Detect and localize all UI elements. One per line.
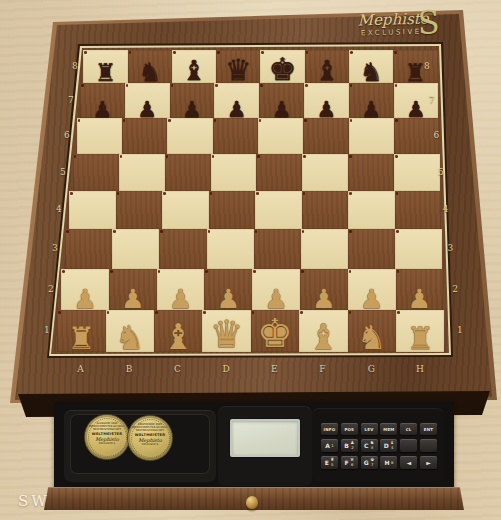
key-arrow-left[interactable]: ◄	[400, 456, 417, 469]
key-label: LEV	[365, 427, 374, 432]
rank-label-right-7: 7	[429, 95, 435, 105]
piece-black-pawn-f7[interactable]: ♟	[316, 98, 336, 120]
square-b3[interactable]	[112, 229, 159, 269]
key-pos[interactable]: POS	[341, 423, 358, 435]
rank-label-left-1: 1	[44, 325, 50, 335]
key-h8[interactable]: H8	[380, 456, 397, 469]
key-number: 2	[351, 446, 353, 450]
square-led-b3	[113, 230, 116, 233]
square-h3[interactable]	[395, 229, 442, 269]
piece-white-pawn-h2[interactable]: ♟	[408, 286, 432, 312]
key-arrow-right-icon: ►	[426, 459, 431, 466]
rank-label-left-2: 2	[48, 284, 54, 294]
board-rank-6	[77, 118, 440, 154]
key-sublabels: 8	[391, 461, 393, 465]
medal-bottom: EXCLUSIVE S	[85, 442, 129, 445]
mephisto-chess-computer-photo: Mephisto EXCLUSIVE S ♜♞♝♛♚♝♞♜♟♟♟♟♟♟♟♟♟♟♟…	[0, 0, 501, 520]
square-led-e4	[256, 192, 259, 195]
key-number: 1	[331, 444, 333, 448]
square-led-e6	[259, 119, 262, 122]
key-number: 7	[371, 463, 373, 467]
key-sublabels: ♞3	[370, 441, 374, 449]
piece-white-pawn-d2[interactable]: ♟	[217, 286, 241, 312]
key-letter: A	[325, 442, 330, 449]
piece-black-bishop-c8[interactable]: ♝	[182, 57, 207, 85]
square-h8[interactable]: ♜	[393, 50, 437, 83]
square-led-h1	[397, 311, 400, 314]
square-c5[interactable]	[165, 154, 211, 191]
file-label-B: B	[126, 364, 133, 374]
square-led-b1	[107, 311, 110, 314]
square-led-h2	[397, 270, 400, 273]
medal-brand: Mephisto	[85, 437, 129, 442]
board-rank-4	[69, 191, 441, 229]
square-led-d1	[203, 311, 206, 314]
key-label: CL	[406, 427, 412, 432]
key-letter: E	[325, 459, 329, 466]
square-g8[interactable]: ♞	[349, 50, 393, 83]
key-sublabels: ♜5	[330, 458, 334, 466]
square-h1[interactable]: ♜	[396, 310, 444, 352]
square-led-c6	[168, 119, 171, 122]
square-led-g7	[350, 84, 353, 87]
piece-white-rook-h1[interactable]: ♜	[406, 323, 434, 354]
square-led-f2	[301, 270, 304, 273]
piece-white-knight-g1[interactable]: ♞	[357, 321, 387, 354]
square-f2[interactable]: ♟	[300, 269, 348, 310]
square-h5[interactable]	[394, 154, 440, 191]
key-c3[interactable]: C♞3	[361, 439, 378, 452]
square-b8[interactable]: ♞	[128, 50, 172, 83]
keypad-module: INFOPOSLEVMEMCLENTA1B♟2C♞3D♝4E♜5F♛6G♚7H8…	[312, 408, 444, 482]
piece-black-bishop-f8[interactable]: ♝	[314, 57, 339, 85]
square-led-d7	[215, 84, 218, 87]
key-blank[interactable]	[420, 439, 437, 452]
square-f6[interactable]	[303, 118, 348, 154]
square-f3[interactable]	[301, 229, 348, 269]
medal-brand: Mephisto	[128, 438, 172, 443]
square-led-h3	[396, 230, 399, 233]
key-label: INFO	[324, 427, 336, 432]
lcd-module	[218, 406, 312, 486]
rank-label-left-7: 7	[68, 95, 74, 105]
piece-white-queen-d1[interactable]: ♛	[210, 316, 244, 354]
square-e5[interactable]	[256, 154, 302, 191]
square-led-e7	[260, 84, 263, 87]
medallion-weltmeister-1984: GLASGOW 1984 MIKROCOMPUTER-SCHACH- WELTM…	[84, 414, 130, 460]
square-d1[interactable]: ♛	[202, 310, 250, 352]
key-number: 4	[391, 446, 393, 450]
piece-black-king-e8[interactable]: ♚	[269, 54, 297, 85]
file-label-E: E	[271, 364, 278, 374]
medal-bottom: EXCLUSIVE S	[128, 443, 172, 446]
square-b7[interactable]: ♟	[125, 83, 170, 118]
square-g1[interactable]: ♞	[348, 310, 396, 352]
piece-white-pawn-e2[interactable]: ♟	[264, 286, 288, 312]
file-label-H: H	[416, 364, 424, 374]
square-led-e8	[261, 51, 264, 54]
piece-white-rook-a1[interactable]: ♜	[67, 323, 95, 354]
file-label-G: G	[368, 364, 375, 374]
square-c2[interactable]: ♟	[157, 269, 205, 310]
square-a4[interactable]	[69, 191, 116, 229]
square-d3[interactable]	[207, 229, 254, 269]
square-led-g2	[349, 270, 352, 273]
rank-label-left-4: 4	[56, 204, 62, 214]
square-led-h4	[396, 192, 399, 195]
medal-title: WELTMEISTER	[128, 433, 172, 437]
key-sublabels: 1	[331, 444, 333, 448]
square-led-h8	[394, 51, 397, 54]
piece-white-pawn-g2[interactable]: ♟	[360, 286, 384, 312]
key-mem[interactable]: MEM	[380, 423, 397, 435]
square-led-c3	[160, 230, 163, 233]
square-b6[interactable]	[122, 118, 167, 154]
lcd-display	[230, 419, 300, 457]
square-led-g3	[349, 230, 352, 233]
square-led-g1	[349, 311, 352, 314]
piece-white-knight-b1[interactable]: ♞	[115, 321, 145, 354]
medallion-module: GLASGOW 1984 MIKROCOMPUTER-SCHACH- WELTM…	[64, 410, 216, 482]
square-led-c8	[173, 51, 176, 54]
piece-black-knight-b8[interactable]: ♞	[138, 59, 161, 85]
board-rank-5	[73, 154, 440, 191]
square-h4[interactable]	[395, 191, 442, 229]
square-d6[interactable]	[213, 118, 258, 154]
board-rank-7: ♟♟♟♟♟♟♟♟	[80, 83, 438, 118]
medal-line: WELTMEISTERSCHAFT	[128, 429, 172, 432]
square-led-a8	[84, 51, 87, 54]
key-label: ENT	[424, 427, 433, 432]
key-letter: B	[344, 442, 349, 449]
rank-label-right-2: 2	[452, 284, 458, 294]
square-led-e5	[257, 155, 260, 158]
piece-black-pawn-d7[interactable]: ♟	[227, 98, 247, 120]
square-led-f4	[303, 192, 306, 195]
square-led-b2	[110, 270, 113, 273]
square-c1[interactable]: ♝	[154, 310, 202, 352]
square-led-f1	[300, 311, 303, 314]
piece-white-king-e1[interactable]: ♚	[257, 314, 293, 354]
file-label-C: C	[174, 364, 181, 374]
square-d5[interactable]	[211, 154, 257, 191]
square-led-f5	[303, 155, 306, 158]
key-d4[interactable]: D♝4	[380, 439, 397, 452]
square-d8[interactable]: ♛	[216, 50, 260, 83]
square-f5[interactable]	[302, 154, 348, 191]
key-f6[interactable]: F♛6	[341, 456, 358, 469]
square-b4[interactable]	[116, 191, 163, 229]
piece-black-queen-d8[interactable]: ♛	[225, 56, 251, 86]
square-c3[interactable]	[159, 229, 206, 269]
rank-label-right-1: 1	[457, 325, 463, 335]
square-g6[interactable]	[349, 118, 394, 154]
key-lev[interactable]: LEV	[361, 423, 378, 435]
square-led-g6	[350, 119, 353, 122]
square-led-a4	[70, 192, 73, 195]
rank-label-right-6: 6	[433, 130, 439, 140]
medallion-weltmeister-1985: AMSTERDAM 1985 MIKROCOMPUTER-SCHACH- WEL…	[127, 415, 173, 461]
square-a2[interactable]: ♟	[61, 269, 109, 310]
square-led-d6	[214, 119, 217, 122]
rank-label-right-5: 5	[438, 167, 444, 177]
key-info[interactable]: INFO	[321, 423, 338, 435]
square-d4[interactable]	[209, 191, 256, 229]
square-led-b4	[117, 192, 120, 195]
square-a5[interactable]	[73, 154, 119, 191]
square-e2[interactable]: ♟	[252, 269, 300, 310]
square-led-f6	[304, 119, 307, 122]
square-f8[interactable]: ♝	[305, 50, 349, 83]
key-letter: C	[364, 442, 368, 449]
square-led-a2	[62, 270, 65, 273]
square-g5[interactable]	[348, 154, 394, 191]
square-a8[interactable]: ♜	[83, 50, 127, 83]
piece-black-pawn-b7[interactable]: ♟	[137, 98, 157, 120]
square-led-h6	[395, 119, 398, 122]
key-number: 5	[331, 463, 333, 467]
square-b2[interactable]: ♟	[109, 269, 157, 310]
square-f7[interactable]: ♟	[304, 83, 349, 118]
square-led-c7	[171, 84, 174, 87]
square-led-h5	[395, 155, 398, 158]
square-led-d3	[208, 230, 211, 233]
piece-white-pawn-b2[interactable]: ♟	[121, 286, 145, 312]
square-led-f8	[306, 51, 309, 54]
square-c8[interactable]: ♝	[172, 50, 216, 83]
square-led-d8	[217, 51, 220, 54]
square-a6[interactable]	[77, 118, 122, 154]
square-led-b6	[123, 119, 126, 122]
square-g2[interactable]: ♟	[348, 269, 396, 310]
key-sublabels: ♚7	[370, 458, 374, 466]
key-letter: D	[384, 442, 389, 449]
square-led-c1	[155, 311, 158, 314]
board-rank-8: ♜♞♝♛♚♝♞♜	[83, 50, 437, 83]
square-f1[interactable]: ♝	[299, 310, 347, 352]
key-label: MEM	[383, 427, 394, 432]
square-led-b8	[129, 51, 132, 54]
square-b5[interactable]	[119, 154, 165, 191]
key-blank[interactable]	[400, 439, 417, 452]
board-rank-2: ♟♟♟♟♟♟♟♟	[61, 269, 443, 310]
square-led-f3	[302, 230, 305, 233]
board-rank-1: ♜♞♝♛♚♝♞♜	[57, 310, 444, 352]
square-g4[interactable]	[348, 191, 395, 229]
square-led-e1	[252, 311, 255, 314]
key-sublabels: ♝4	[390, 441, 394, 449]
key-number: 3	[371, 446, 373, 450]
square-led-a5	[74, 155, 77, 158]
drawer-knob[interactable]	[246, 496, 258, 509]
key-sublabels: ♛6	[350, 458, 354, 466]
square-led-c4	[163, 192, 166, 195]
square-led-c2	[158, 270, 161, 273]
key-label: POS	[344, 427, 354, 432]
square-e7[interactable]: ♟	[259, 83, 304, 118]
square-led-g5	[349, 155, 352, 158]
piece-black-pawn-c7[interactable]: ♟	[182, 98, 202, 120]
key-number: 8	[391, 461, 393, 465]
key-ent[interactable]: ENT	[420, 423, 437, 435]
medal-line: AMSTERDAM 1985	[128, 423, 172, 426]
key-b2[interactable]: B♟2	[341, 439, 358, 452]
square-led-a7	[81, 84, 84, 87]
file-label-F: F	[319, 364, 325, 374]
square-led-h7	[395, 84, 398, 87]
key-letter: G	[364, 459, 369, 466]
piece-white-pawn-f2[interactable]: ♟	[312, 286, 336, 312]
square-e3[interactable]	[254, 229, 301, 269]
square-c6[interactable]	[167, 118, 212, 154]
square-led-e2	[253, 270, 256, 273]
square-e1[interactable]: ♚	[251, 310, 299, 352]
key-g7[interactable]: G♚7	[361, 456, 378, 469]
square-led-d4	[210, 192, 213, 195]
square-d2[interactable]: ♟	[204, 269, 252, 310]
square-g3[interactable]	[348, 229, 395, 269]
piece-black-pawn-a7[interactable]: ♟	[92, 98, 112, 120]
square-led-b5	[120, 155, 123, 158]
piece-white-bishop-f1[interactable]: ♝	[308, 319, 340, 354]
rank-label-left-8: 8	[72, 61, 78, 71]
square-led-b7	[126, 84, 129, 87]
rank-label-left-5: 5	[60, 167, 66, 177]
square-c4[interactable]	[162, 191, 209, 229]
key-sublabels: ♟2	[350, 441, 354, 449]
square-led-a6	[78, 119, 81, 122]
rank-label-left-6: 6	[64, 130, 70, 140]
square-c7[interactable]: ♟	[170, 83, 215, 118]
key-e5[interactable]: E♜5	[321, 456, 338, 469]
piece-white-pawn-a2[interactable]: ♟	[73, 286, 97, 312]
key-cl[interactable]: CL	[400, 423, 417, 435]
key-letter: F	[344, 459, 348, 466]
square-led-a1	[58, 311, 61, 314]
rank-label-right-8: 8	[424, 61, 430, 71]
square-led-a3	[66, 230, 69, 233]
square-f4[interactable]	[302, 191, 349, 229]
key-arrow-left-icon: ◄	[406, 459, 411, 466]
file-label-A: A	[77, 364, 84, 374]
square-led-g8	[350, 51, 353, 54]
square-led-d5	[212, 155, 215, 158]
key-number: 6	[351, 463, 353, 467]
rank-label-right-4: 4	[443, 204, 449, 214]
square-h2[interactable]: ♟	[396, 269, 444, 310]
square-e6[interactable]	[258, 118, 303, 154]
square-g7[interactable]: ♟	[349, 83, 394, 118]
piece-white-bishop-c1[interactable]: ♝	[162, 319, 194, 354]
square-d7[interactable]: ♟	[214, 83, 259, 118]
square-e8[interactable]: ♚	[260, 50, 304, 83]
rank-label-left-3: 3	[52, 243, 58, 253]
piece-black-knight-g8[interactable]: ♞	[359, 59, 382, 85]
key-letter: H	[384, 459, 389, 466]
piece-black-pawn-e7[interactable]: ♟	[272, 98, 292, 120]
file-label-D: D	[223, 364, 230, 374]
square-led-d2	[205, 270, 208, 273]
medal-line: GLASGOW 1984	[85, 422, 129, 425]
square-a1[interactable]: ♜	[57, 310, 105, 352]
medal-line: WELTMEISTERSCHAFT	[85, 428, 129, 431]
square-a7[interactable]: ♟	[80, 83, 125, 118]
piece-black-pawn-g7[interactable]: ♟	[361, 98, 381, 120]
rank-label-right-3: 3	[448, 243, 454, 253]
piece-white-pawn-c2[interactable]: ♟	[169, 286, 193, 312]
square-b1[interactable]: ♞	[106, 310, 154, 352]
piece-black-rook-h8[interactable]: ♜	[405, 61, 427, 85]
square-led-f7	[305, 84, 308, 87]
square-e4[interactable]	[255, 191, 302, 229]
medal-line: MIKROCOMPUTER-SCHACH-	[85, 425, 129, 428]
key-a1[interactable]: A1	[321, 439, 338, 452]
square-led-c5	[166, 155, 169, 158]
medal-title: WELTMEISTER	[85, 432, 129, 436]
medal-line: MIKROCOMPUTER-SCHACH-	[128, 426, 172, 429]
piece-black-rook-a8[interactable]: ♜	[95, 61, 117, 85]
photo-credit: SW	[18, 492, 50, 510]
square-led-e3	[255, 230, 258, 233]
key-arrow-right[interactable]: ►	[420, 456, 437, 469]
square-a3[interactable]	[65, 229, 112, 269]
board-rank-3	[65, 229, 442, 269]
piece-black-pawn-h7[interactable]: ♟	[406, 98, 426, 120]
square-led-g4	[349, 192, 352, 195]
